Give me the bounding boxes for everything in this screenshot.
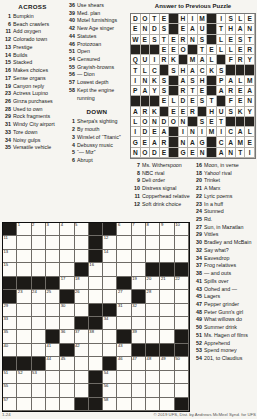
clue-text: Moon, in verse <box>204 162 256 170</box>
answer-cell: I <box>150 55 160 65</box>
clue-across-36: 36Use shears <box>66 2 128 10</box>
answer-cell: E <box>245 137 255 147</box>
answer-cell: I <box>198 127 208 137</box>
clue-number: 6 <box>66 157 77 165</box>
puzzle-cell-black <box>175 344 189 357</box>
clue-number: 45 <box>193 293 204 301</box>
cell-number: 7 <box>132 223 134 228</box>
clue-text: Canyon reply <box>13 83 63 91</box>
cell-number: 38 <box>89 330 94 335</box>
clue-text: Apprehend <box>204 340 256 348</box>
puzzle-cell <box>17 263 31 276</box>
puzzle-cell <box>132 317 146 330</box>
clue-number: 40 <box>66 17 77 25</box>
answer-cell: M <box>207 127 217 137</box>
cell-number: 4 <box>61 223 63 228</box>
answer-cell-black <box>188 117 198 127</box>
answer-cell: A <box>226 137 236 147</box>
puzzle-cell: 30 <box>60 304 74 317</box>
clue-down-32: 32Say what? <box>193 247 256 255</box>
clue-text: Stunned <box>204 208 256 216</box>
clue-across-46: 46Protozoan <box>66 41 128 49</box>
clue-text: By mouth <box>77 126 128 134</box>
clue-text: Open <box>77 48 128 56</box>
clue-number: 41 <box>193 278 204 286</box>
puzzle-cell-black <box>75 263 89 276</box>
clue-text: Kept the engine running <box>77 87 128 102</box>
cell-number: 18 <box>75 277 80 282</box>
puzzle-cell <box>60 250 74 263</box>
puzzle-cell <box>132 384 146 397</box>
puzzle-cell: 6 <box>117 223 131 236</box>
answer-cell: E <box>188 96 198 106</box>
answer-cell: T <box>236 148 246 158</box>
answer-cell-black <box>217 55 227 65</box>
clue-number: 19 <box>2 83 13 91</box>
puzzle-cell <box>32 384 46 397</box>
answer-cell: E <box>169 35 179 45</box>
clue-text: Bradley and McBain <box>204 239 256 247</box>
clue-down-52: 52Apprehend <box>193 340 256 348</box>
answer-cell: I <box>179 127 189 137</box>
cell-number: 47 <box>132 357 137 362</box>
answer-cell-black <box>236 65 246 75</box>
puzzle-cell: 21 <box>160 277 174 290</box>
clue-down-29: 29Vittles <box>193 231 256 239</box>
puzzle-cell <box>175 290 189 303</box>
puzzle-cell: 36 <box>60 330 74 343</box>
answer-cell: A <box>160 127 170 137</box>
clue-number: 26 <box>2 98 13 106</box>
answer-cell: G <box>131 137 141 147</box>
section-header-across: ACROSS <box>2 2 63 11</box>
clue-text: Oohed and — <box>204 286 256 294</box>
clue-text: Sherpa's sighting <box>77 118 128 126</box>
clue-text: Vittles <box>204 231 256 239</box>
cell-number: 37 <box>75 330 80 335</box>
answer-cell: E <box>160 96 170 106</box>
cell-number: 54 <box>104 371 109 376</box>
cell-number: 10 <box>175 223 180 228</box>
cell-number: 8 <box>147 223 149 228</box>
clue-text: Copperhead relative <box>142 193 190 201</box>
clue-across-26: 26Ginza purchases <box>2 98 63 106</box>
clue-across-16: 16Makes choices <box>2 67 63 75</box>
clue-text: — Dion <box>77 71 128 79</box>
clue-text: Protozoan <box>77 41 128 49</box>
clue-number: 1 <box>66 118 77 126</box>
puzzle-cell <box>32 330 46 343</box>
clue-column-down-continued: 7Ms. Witherspoon8NBC rival9Deli order10D… <box>131 162 190 208</box>
puzzle-cell: 25 <box>46 290 60 303</box>
answer-cell: L <box>236 76 246 86</box>
clue-number: 37 <box>193 262 204 270</box>
clue-number: 12 <box>131 201 142 209</box>
answer-cell: D <box>150 148 160 158</box>
clue-number: 48 <box>193 309 204 317</box>
puzzle-cell: 10 <box>175 223 189 236</box>
cell-number: 53 <box>32 371 37 376</box>
clue-number: 39 <box>66 10 77 18</box>
puzzle-cell-black <box>132 290 146 303</box>
answer-cell: O <box>169 117 179 127</box>
clue-down-23: 23In a huff <box>193 201 256 209</box>
clue-number: 16 <box>193 162 204 170</box>
clue-number: 23 <box>2 90 13 98</box>
clue-text: Med. plan <box>77 10 128 18</box>
answer-cell-black <box>245 117 255 127</box>
puzzle-cell: 2 <box>32 223 46 236</box>
clue-text: Winslet of “Titanic” <box>77 134 128 142</box>
answer-cell: L <box>141 65 151 75</box>
cell-number: 1 <box>18 223 20 228</box>
clue-text: Tore down <box>13 129 63 137</box>
puzzle-cell <box>175 250 189 263</box>
clue-text: Grayish-browns <box>77 64 128 72</box>
answer-cell: O <box>179 45 189 55</box>
cell-number: 33 <box>4 317 9 322</box>
clue-text: Deli order <box>142 177 190 185</box>
clue-column-across: ACROSS1Bumpkin6Beach crawlers11Add oxyge… <box>2 2 63 152</box>
puzzle-cell: 34 <box>103 317 117 330</box>
puzzle-cell: 52 <box>17 371 31 384</box>
puzzle-cell <box>160 290 174 303</box>
clue-number: 31 <box>2 121 13 129</box>
answer-cell: A <box>150 137 160 147</box>
puzzle-cell <box>146 330 160 343</box>
puzzle-cell: 9 <box>160 223 174 236</box>
puzzle-cell-black <box>175 330 189 343</box>
cell-number: 42 <box>75 344 80 349</box>
cell-number: 20 <box>147 277 152 282</box>
clue-number: 54 <box>193 355 204 363</box>
answer-cell: K <box>150 107 160 117</box>
puzzle-cell-black <box>75 317 89 330</box>
puzzle-cell-black <box>175 398 189 411</box>
answer-cell: S <box>226 107 236 117</box>
puzzle-cell-black <box>17 357 31 370</box>
puzzle-cell <box>160 236 174 249</box>
clue-text: Statutes <box>77 33 128 41</box>
puzzle-cell-black <box>160 344 174 357</box>
answer-cell: R <box>160 137 170 147</box>
answer-cell: N <box>188 35 198 45</box>
date-code: 1-24 <box>2 412 11 417</box>
clue-across-34: 34Noisy gulps <box>2 137 63 145</box>
clue-down-49: 49What willows do <box>193 316 256 324</box>
clue-down-20: 20Trinket <box>193 177 256 185</box>
copyright: © 2019 UFS, Dist. by Andrews McMeel Synd… <box>153 412 256 417</box>
clue-down-48: 48Peter Gunn's girl <box>193 309 256 317</box>
cell-number: 22 <box>175 277 180 282</box>
puzzle-cell-black <box>89 304 103 317</box>
answer-cell: L <box>217 35 227 45</box>
cell-number: 57 <box>4 398 9 403</box>
clue-text: Eavesdrop <box>204 255 256 263</box>
clue-number: 32 <box>193 247 204 255</box>
cell-number: 40 <box>4 344 9 349</box>
clue-number: 11 <box>131 193 142 201</box>
answer-cell: E <box>226 35 236 45</box>
cell-number: 26 <box>75 290 80 295</box>
answer-cell: A <box>188 137 198 147</box>
puzzle-cell: 54 <box>103 371 117 384</box>
answer-cell: R <box>141 107 151 117</box>
answer-cell: R <box>245 45 255 55</box>
answer-cell: S <box>198 96 208 106</box>
clue-number: 35 <box>2 144 13 152</box>
answer-cell: E <box>131 24 141 34</box>
clue-number: 12 <box>2 36 13 44</box>
answer-cell: E <box>169 107 179 117</box>
answer-cell: M <box>188 55 198 65</box>
footer: 1-24 © 2019 UFS, Dist. by Andrews McMeel… <box>2 412 256 417</box>
cell-number: 15 <box>4 263 9 268</box>
clue-text: Sense organs <box>13 75 63 83</box>
clue-text: Rd. <box>204 216 256 224</box>
puzzle-cell <box>146 317 160 330</box>
clue-number: 53 <box>193 347 204 355</box>
puzzle-cell: 37 <box>75 330 89 343</box>
answer-cell: N <box>141 24 151 34</box>
puzzle-cell: 56 <box>103 384 117 397</box>
cell-number: 51 <box>4 371 9 376</box>
puzzle-cell-black <box>146 263 160 276</box>
puzzle-cell-black <box>3 357 17 370</box>
puzzle-cell <box>146 236 160 249</box>
answer-cell: R <box>179 35 189 45</box>
answer-cell-black <box>207 137 217 147</box>
clue-across-14: 14Builds <box>2 52 63 60</box>
puzzle-cell <box>60 371 74 384</box>
answer-cell: N <box>188 127 198 137</box>
puzzle-cell <box>75 236 89 249</box>
cell-number: 32 <box>132 304 137 309</box>
answer-cell: D <box>131 14 141 24</box>
clue-text: Ms. Hagen of films <box>204 332 256 340</box>
answer-cell-black <box>131 45 141 55</box>
answer-cell: I <box>217 127 227 137</box>
answer-grid-title: Answer to Previous Puzzle <box>130 3 256 9</box>
puzzle-cell <box>103 344 117 357</box>
puzzle-cell <box>175 371 189 384</box>
puzzle-cell: 20 <box>146 277 160 290</box>
answer-cell: H <box>226 24 236 34</box>
answer-cell: E <box>207 45 217 55</box>
clue-down-7: 7Ms. Witherspoon <box>131 162 190 170</box>
puzzle-cell-black <box>60 290 74 303</box>
answer-cell: A <box>217 148 227 158</box>
puzzle-cell-black <box>89 223 103 236</box>
puzzle-cell <box>60 398 74 411</box>
puzzle-cell-black <box>103 223 117 236</box>
answer-cell-black <box>131 96 141 106</box>
puzzle-cell <box>75 357 89 370</box>
cell-number: 48 <box>147 357 152 362</box>
puzzle-cell: 23 <box>17 290 31 303</box>
clue-number: 1 <box>2 13 13 21</box>
clue-text: Versatile vehicle <box>13 144 63 152</box>
answer-cell: H <box>198 76 208 86</box>
answer-cell: F <box>226 55 236 65</box>
answer-cell-black <box>207 76 217 86</box>
clue-text: In a huff <box>204 201 256 209</box>
answer-cell: T <box>245 35 255 45</box>
answer-cell: H <box>207 107 217 117</box>
puzzle-cell-black <box>117 277 131 290</box>
clue-down-18: 18Yahoo! rival <box>193 170 256 178</box>
answer-cell: A <box>188 24 198 34</box>
clue-down-34: 34Eavesdrop <box>193 255 256 263</box>
clue-text: Debussy music <box>77 142 128 150</box>
puzzle-cell: 28 <box>146 290 160 303</box>
puzzle-cell <box>175 236 189 249</box>
answer-cell: T <box>188 86 198 96</box>
answer-cell: A <box>226 76 236 86</box>
clue-down-27: 27Sun, in Mazatlan <box>193 224 256 232</box>
clue-text: Sun, in Mazatlan <box>204 224 256 232</box>
cell-number: 50 <box>175 357 180 362</box>
answer-cell-black <box>169 148 179 158</box>
answer-cell: I <box>245 148 255 158</box>
answer-cell: K <box>207 65 217 75</box>
answer-cell: E <box>236 45 246 55</box>
answer-cell: A <box>131 107 141 117</box>
puzzle-cell <box>146 371 160 384</box>
clue-text: Pepper grinder <box>204 301 256 309</box>
clue-number: 14 <box>2 52 13 60</box>
puzzle-cell-black <box>89 250 103 263</box>
puzzle-cell: 44 <box>46 357 60 370</box>
puzzle-cell: 48 <box>146 357 160 370</box>
clue-text: Spills over <box>204 278 256 286</box>
cell-number: 55 <box>4 384 9 389</box>
cell-number: 34 <box>104 317 109 322</box>
clue-text: Use shears <box>77 2 128 10</box>
puzzle-cell <box>89 357 103 370</box>
answer-cell: E <box>160 45 170 55</box>
answer-cell-black <box>169 24 179 34</box>
answer-cell: E <box>141 35 151 45</box>
puzzle-cell: 43 <box>117 344 131 357</box>
answer-cell: P <box>131 86 141 96</box>
answer-cell: R <box>236 55 246 65</box>
puzzle-cell <box>46 384 60 397</box>
answer-cell: Y <box>245 107 255 117</box>
answer-cell: W <box>131 35 141 45</box>
answer-cell-black <box>198 107 208 117</box>
clue-number: 20 <box>193 177 204 185</box>
answer-cell-black <box>226 65 236 75</box>
answer-cell: D <box>160 117 170 127</box>
puzzle-cell <box>160 317 174 330</box>
clue-number: 30 <box>193 239 204 247</box>
puzzle-cell <box>117 317 131 330</box>
answer-cell-black <box>160 107 170 117</box>
clue-text: New Age singer <box>77 25 128 33</box>
clue-down-9: 9Deli order <box>131 177 190 185</box>
clue-number: 44 <box>66 33 77 41</box>
clue-down-45: 45Lagers <box>193 293 256 301</box>
clue-text: Builds <box>13 52 63 60</box>
answer-cell: A <box>198 55 208 65</box>
clue-number: 28 <box>2 106 13 114</box>
cell-number: 17 <box>61 277 66 282</box>
clue-down-51: 51Ms. Hagen of films <box>193 332 256 340</box>
puzzle-cell-black <box>32 277 46 290</box>
cell-number: 11 <box>4 236 8 241</box>
clue-text: Say what? <box>204 247 256 255</box>
puzzle-cell-black <box>3 290 17 303</box>
clue-column-down-end: 16Moon, in verse18Yahoo! rival20Trinket2… <box>193 162 256 363</box>
answer-cell: E <box>169 45 179 55</box>
answer-cell-black <box>150 96 160 106</box>
puzzle-cell: 15 <box>3 263 17 276</box>
puzzle-cell <box>117 236 131 249</box>
answer-cell: E <box>188 148 198 158</box>
answer-cell: L <box>226 45 236 55</box>
answer-cell: D <box>141 127 151 137</box>
puzzle-cell: 29 <box>3 304 17 317</box>
puzzle-cell <box>32 250 46 263</box>
clue-number: 13 <box>2 44 13 52</box>
clue-number: 56 <box>66 71 77 79</box>
clue-text: Beach crawlers <box>13 21 63 29</box>
clue-down-6: 6Abrupt <box>66 157 128 165</box>
clue-down-37: 37Frog relatives <box>193 262 256 270</box>
answer-cell: N <box>226 148 236 158</box>
puzzle-cell <box>132 236 146 249</box>
puzzle-cell <box>46 317 60 330</box>
clue-number: 58 <box>66 87 77 95</box>
puzzle-cell <box>17 384 31 397</box>
answer-cell: K <box>150 76 160 86</box>
puzzle-cell-black <box>89 398 103 411</box>
puzzle-cell: 40 <box>3 344 17 357</box>
cell-number: 36 <box>61 330 66 335</box>
answer-cell: I <box>131 127 141 137</box>
clue-down-3: 3Winslet of “Titanic” <box>66 134 128 142</box>
cell-number: 21 <box>161 277 166 282</box>
puzzle-cell-black <box>46 330 60 343</box>
answer-cell-black <box>169 86 179 96</box>
clue-across-42: 42New Age singer <box>66 25 128 33</box>
clue-number: 9 <box>131 177 142 185</box>
clue-across-15: 15Stacked <box>2 59 63 67</box>
clue-down-22: 22Lyric poems <box>193 193 256 201</box>
cell-number: 25 <box>46 290 51 295</box>
answer-cell-black <box>169 14 179 24</box>
answer-cell: T <box>150 14 160 24</box>
answer-cell: N <box>245 96 255 106</box>
clue-number: 25 <box>193 216 204 224</box>
answer-cell: L <box>207 55 217 65</box>
cell-number: 44 <box>46 357 51 362</box>
answer-cell: T <box>217 117 227 127</box>
clue-across-35: 35Versatile vehicle <box>2 144 63 152</box>
cell-number: 9 <box>161 223 163 228</box>
answer-cell-black <box>207 148 217 158</box>
answer-cell: G <box>179 148 189 158</box>
clue-text: Bumpkin <box>13 13 63 21</box>
answer-cell: S <box>198 117 208 127</box>
puzzle-cell <box>117 250 131 263</box>
answer-cell: A <box>236 24 246 34</box>
clue-down-50: 50Summer drink <box>193 324 256 332</box>
answer-cell: S <box>226 14 236 24</box>
answer-cell: N <box>131 148 141 158</box>
answer-cell: E <box>179 24 189 34</box>
